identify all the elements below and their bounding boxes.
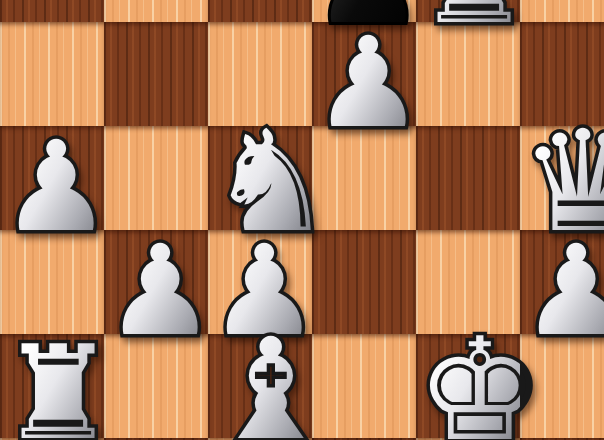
square-r1c0[interactable]: [0, 22, 104, 126]
white-pawn-glyph: ♟: [0, 124, 104, 249]
square-r2c4[interactable]: [416, 126, 520, 230]
white-pawn-glyph: ♟: [104, 228, 208, 353]
white-pawn[interactable]: ♟♟: [104, 230, 208, 334]
square-r2c2[interactable]: ♞♞: [208, 126, 312, 230]
white-rook-glyph: ♜: [416, 0, 520, 42]
white-queen[interactable]: ♛♛: [520, 126, 604, 230]
white-pawn[interactable]: ♟♟: [0, 126, 104, 230]
square-r0c2[interactable]: [208, 0, 312, 22]
square-r0c5[interactable]: [520, 0, 604, 22]
square-r0c1[interactable]: [104, 0, 208, 22]
white-king-glyph: ♚: [416, 319, 520, 440]
square-r4c2[interactable]: ♝♝: [208, 334, 312, 438]
white-knight[interactable]: ♞♞: [208, 126, 312, 230]
chess-board: ♟♟♜♜♟♟♟♟♞♞♛♛♟♟♟♟♟♟♜♜♝♝♚♚: [0, 0, 604, 440]
chess-board-grid: ♟♟♜♜♟♟♟♟♞♞♛♛♟♟♟♟♟♟♜♜♝♝♚♚: [0, 0, 604, 440]
white-rook[interactable]: ♜♜: [416, 0, 520, 22]
square-r3c1[interactable]: ♟♟: [104, 230, 208, 334]
square-r2c0[interactable]: ♟♟: [0, 126, 104, 230]
square-r0c0[interactable]: [0, 0, 104, 22]
square-r4c4[interactable]: ♚♚: [416, 334, 520, 438]
square-r1c1[interactable]: [104, 22, 208, 126]
square-r0c4[interactable]: ♜♜: [416, 0, 520, 22]
white-king[interactable]: ♚♚: [416, 334, 520, 438]
white-bishop-glyph: ♝: [208, 320, 312, 440]
square-r2c5[interactable]: ♛♛: [520, 126, 604, 230]
square-r4c0[interactable]: ♜♜: [0, 334, 104, 438]
white-bishop[interactable]: ♝♝: [208, 334, 312, 438]
white-rook-glyph: ♜: [0, 328, 104, 440]
square-r2c1[interactable]: [104, 126, 208, 230]
white-rook[interactable]: ♜♜: [0, 334, 104, 438]
